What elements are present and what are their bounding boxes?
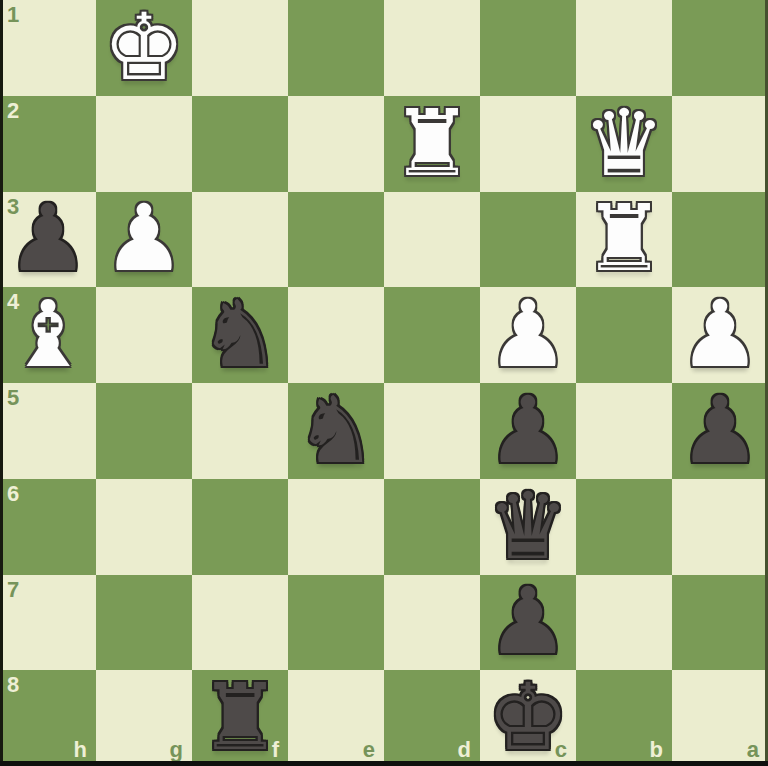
- rank-label-5: 5: [7, 385, 19, 411]
- square-g6[interactable]: [96, 479, 192, 575]
- square-d1[interactable]: [384, 0, 480, 96]
- square-a1[interactable]: [672, 0, 768, 96]
- square-e2[interactable]: [288, 96, 384, 192]
- piece-white-king[interactable]: ♚: [103, 2, 185, 94]
- square-h4[interactable]: 4♝: [0, 287, 96, 383]
- square-c2[interactable]: [480, 96, 576, 192]
- square-d6[interactable]: [384, 479, 480, 575]
- square-b4[interactable]: [576, 287, 672, 383]
- square-c1[interactable]: [480, 0, 576, 96]
- file-label-a: a: [747, 737, 759, 763]
- square-h7[interactable]: 7: [0, 575, 96, 671]
- square-d2[interactable]: ♜: [384, 96, 480, 192]
- square-f6[interactable]: [192, 479, 288, 575]
- file-label-b: b: [650, 737, 663, 763]
- file-label-e: e: [363, 737, 375, 763]
- board-bottom-border: [0, 761, 768, 766]
- square-g2[interactable]: [96, 96, 192, 192]
- piece-white-rook[interactable]: ♜: [583, 193, 665, 285]
- board-left-border: [0, 0, 3, 766]
- square-d8[interactable]: d: [384, 670, 480, 766]
- square-h3[interactable]: 3♟: [0, 192, 96, 288]
- square-a7[interactable]: [672, 575, 768, 671]
- square-c5[interactable]: ♟: [480, 383, 576, 479]
- square-f1[interactable]: [192, 0, 288, 96]
- square-b8[interactable]: b: [576, 670, 672, 766]
- square-b7[interactable]: [576, 575, 672, 671]
- square-d7[interactable]: [384, 575, 480, 671]
- rank-label-2: 2: [7, 98, 19, 124]
- square-a5[interactable]: ♟: [672, 383, 768, 479]
- square-f7[interactable]: [192, 575, 288, 671]
- piece-black-pawn[interactable]: ♟: [679, 385, 761, 477]
- rank-label-8: 8: [7, 672, 19, 698]
- square-f8[interactable]: f♜: [192, 670, 288, 766]
- square-e5[interactable]: ♞: [288, 383, 384, 479]
- square-g8[interactable]: g: [96, 670, 192, 766]
- piece-white-pawn[interactable]: ♟: [679, 289, 761, 381]
- square-a8[interactable]: a: [672, 670, 768, 766]
- piece-black-pawn[interactable]: ♟: [7, 193, 89, 285]
- rank-label-6: 6: [7, 481, 19, 507]
- square-e4[interactable]: [288, 287, 384, 383]
- square-c7[interactable]: ♟: [480, 575, 576, 671]
- piece-white-queen[interactable]: ♛: [583, 98, 665, 190]
- square-a6[interactable]: [672, 479, 768, 575]
- rank-label-7: 7: [7, 577, 19, 603]
- square-h5[interactable]: 5: [0, 383, 96, 479]
- file-label-h: h: [74, 737, 87, 763]
- square-d3[interactable]: [384, 192, 480, 288]
- square-b1[interactable]: [576, 0, 672, 96]
- square-h1[interactable]: 1: [0, 0, 96, 96]
- square-b3[interactable]: ♜: [576, 192, 672, 288]
- chess-board-stage: 1♚2♜♛3♟♟♜4♝♞♟♟5♞♟♟6♛7♟8hgf♜edc♚ba: [0, 0, 768, 766]
- chess-board: 1♚2♜♛3♟♟♜4♝♞♟♟5♞♟♟6♛7♟8hgf♜edc♚ba: [0, 0, 768, 766]
- square-f4[interactable]: ♞: [192, 287, 288, 383]
- square-e8[interactable]: e: [288, 670, 384, 766]
- square-c8[interactable]: c♚: [480, 670, 576, 766]
- piece-white-pawn[interactable]: ♟: [487, 289, 569, 381]
- piece-black-pawn[interactable]: ♟: [487, 576, 569, 668]
- square-e3[interactable]: [288, 192, 384, 288]
- piece-white-pawn[interactable]: ♟: [103, 193, 185, 285]
- piece-black-king[interactable]: ♚: [487, 672, 569, 764]
- piece-white-rook[interactable]: ♜: [391, 98, 473, 190]
- square-c6[interactable]: ♛: [480, 479, 576, 575]
- square-g4[interactable]: [96, 287, 192, 383]
- square-d4[interactable]: [384, 287, 480, 383]
- square-g3[interactable]: ♟: [96, 192, 192, 288]
- square-e6[interactable]: [288, 479, 384, 575]
- square-g5[interactable]: [96, 383, 192, 479]
- piece-black-knight[interactable]: ♞: [199, 289, 281, 381]
- piece-black-rook[interactable]: ♜: [199, 672, 281, 764]
- square-g7[interactable]: [96, 575, 192, 671]
- square-f5[interactable]: [192, 383, 288, 479]
- square-e1[interactable]: [288, 0, 384, 96]
- piece-black-queen[interactable]: ♛: [487, 481, 569, 573]
- square-h8[interactable]: 8h: [0, 670, 96, 766]
- square-b5[interactable]: [576, 383, 672, 479]
- rank-label-1: 1: [7, 2, 19, 28]
- square-b2[interactable]: ♛: [576, 96, 672, 192]
- square-d5[interactable]: [384, 383, 480, 479]
- square-h6[interactable]: 6: [0, 479, 96, 575]
- square-h2[interactable]: 2: [0, 96, 96, 192]
- file-label-d: d: [458, 737, 471, 763]
- square-a2[interactable]: [672, 96, 768, 192]
- square-e7[interactable]: [288, 575, 384, 671]
- square-f2[interactable]: [192, 96, 288, 192]
- square-a4[interactable]: ♟: [672, 287, 768, 383]
- square-c4[interactable]: ♟: [480, 287, 576, 383]
- square-b6[interactable]: [576, 479, 672, 575]
- file-label-g: g: [170, 737, 183, 763]
- square-f3[interactable]: [192, 192, 288, 288]
- piece-black-pawn[interactable]: ♟: [487, 385, 569, 477]
- square-a3[interactable]: [672, 192, 768, 288]
- piece-black-knight[interactable]: ♞: [295, 385, 377, 477]
- square-g1[interactable]: ♚: [96, 0, 192, 96]
- piece-white-bishop[interactable]: ♝: [7, 289, 89, 381]
- square-c3[interactable]: [480, 192, 576, 288]
